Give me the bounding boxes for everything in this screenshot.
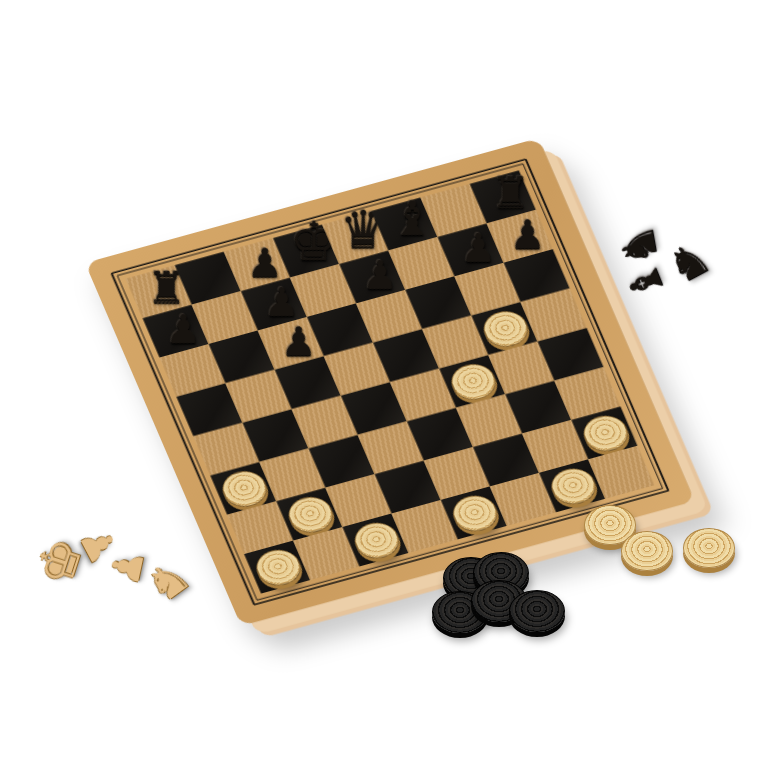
black-checker-offboard[interactable] bbox=[509, 590, 565, 632]
wood-checker-offboard[interactable] bbox=[683, 528, 735, 568]
game-board[interactable]: ♜♟♚♛♝♜♟♟♟♟♟♟ bbox=[85, 138, 695, 626]
pinstripe-outer-border: ♜♟♚♛♝♜♟♟♟♟♟♟ bbox=[110, 158, 669, 605]
black-rook[interactable]: ♜ bbox=[491, 171, 530, 215]
pinstripe-inner-border: ♜♟♚♛♝♜♟♟♟♟♟♟ bbox=[117, 163, 664, 600]
board-grid: ♜♟♚♛♝♜♟♟♟♟♟♟ bbox=[126, 170, 655, 593]
wood-checker-offboard[interactable] bbox=[621, 531, 673, 571]
product-photo-scene: ♜♟♚♛♝♜♟♟♟♟♟♟ ♞♝♞♚♟♟♞ bbox=[0, 0, 767, 767]
black-pawn[interactable]: ♟ bbox=[510, 214, 546, 254]
